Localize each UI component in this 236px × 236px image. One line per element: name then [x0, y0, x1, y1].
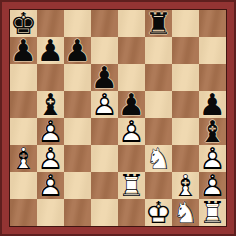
- square-e3[interactable]: [118, 145, 145, 172]
- square-h7[interactable]: [199, 37, 226, 64]
- piece-white-rook-fill: ♜: [118, 172, 145, 199]
- square-d1[interactable]: [91, 199, 118, 226]
- square-b8[interactable]: [37, 10, 64, 37]
- piece-white-pawn: ♙: [199, 172, 226, 199]
- piece-white-king-fill: ♚: [145, 199, 172, 226]
- square-b1[interactable]: [37, 199, 64, 226]
- square-a8[interactable]: ♚: [10, 10, 37, 37]
- piece-white-bishop-fill: ♝: [10, 145, 37, 172]
- square-h8[interactable]: [199, 10, 226, 37]
- square-e7[interactable]: [118, 37, 145, 64]
- piece-white-knight-fill: ♞: [172, 199, 199, 226]
- square-a5[interactable]: [10, 91, 37, 118]
- piece-black-bishop: ♝: [199, 118, 226, 145]
- square-g5[interactable]: [172, 91, 199, 118]
- piece-black-pawn: ♟: [199, 91, 226, 118]
- piece-black-pawn: ♟: [64, 37, 91, 64]
- piece-white-knight-fill: ♞: [145, 145, 172, 172]
- piece-white-pawn: ♙: [37, 172, 64, 199]
- piece-white-rook-fill: ♜: [199, 199, 226, 226]
- square-c5[interactable]: [64, 91, 91, 118]
- piece-white-pawn-fill: ♟: [199, 172, 226, 199]
- square-f2[interactable]: [145, 172, 172, 199]
- square-c2[interactable]: [64, 172, 91, 199]
- square-d4[interactable]: [91, 118, 118, 145]
- square-c3[interactable]: [64, 145, 91, 172]
- square-d2[interactable]: [91, 172, 118, 199]
- square-f7[interactable]: [145, 37, 172, 64]
- square-b7[interactable]: ♟: [37, 37, 64, 64]
- piece-white-pawn-fill: ♟: [37, 118, 64, 145]
- piece-white-knight: ♘: [172, 199, 199, 226]
- square-b4[interactable]: ♟♙: [37, 118, 64, 145]
- square-b2[interactable]: ♟♙: [37, 172, 64, 199]
- square-c4[interactable]: [64, 118, 91, 145]
- square-f4[interactable]: [145, 118, 172, 145]
- piece-white-rook: ♖: [118, 172, 145, 199]
- chess-diagram-frame: ♚♜♟♟♟♟♝♟♙♟♟♟♙♟♙♝♝♗♟♙♞♘♟♙♟♙♜♖♝♗♟♙♚♔♞♘♜♖: [0, 0, 236, 236]
- square-h2[interactable]: ♟♙: [199, 172, 226, 199]
- piece-black-pawn: ♟: [118, 91, 145, 118]
- square-d7[interactable]: [91, 37, 118, 64]
- piece-black-pawn: ♟: [37, 37, 64, 64]
- piece-white-pawn: ♙: [91, 91, 118, 118]
- square-e4[interactable]: ♟♙: [118, 118, 145, 145]
- square-d3[interactable]: [91, 145, 118, 172]
- square-e5[interactable]: ♟: [118, 91, 145, 118]
- square-e6[interactable]: [118, 64, 145, 91]
- square-b3[interactable]: ♟♙: [37, 145, 64, 172]
- square-g8[interactable]: [172, 10, 199, 37]
- square-g7[interactable]: [172, 37, 199, 64]
- square-f3[interactable]: ♞♘: [145, 145, 172, 172]
- piece-white-knight: ♘: [145, 145, 172, 172]
- square-f5[interactable]: [145, 91, 172, 118]
- piece-white-pawn-fill: ♟: [37, 145, 64, 172]
- piece-black-king: ♚: [10, 10, 37, 37]
- square-c7[interactable]: ♟: [64, 37, 91, 64]
- square-e8[interactable]: [118, 10, 145, 37]
- square-c8[interactable]: [64, 10, 91, 37]
- square-g6[interactable]: [172, 64, 199, 91]
- piece-white-rook: ♖: [199, 199, 226, 226]
- chess-board: ♚♜♟♟♟♟♝♟♙♟♟♟♙♟♙♝♝♗♟♙♞♘♟♙♟♙♜♖♝♗♟♙♚♔♞♘♜♖: [10, 10, 226, 226]
- square-d6[interactable]: ♟: [91, 64, 118, 91]
- piece-white-pawn-fill: ♟: [118, 118, 145, 145]
- square-a2[interactable]: [10, 172, 37, 199]
- square-h6[interactable]: [199, 64, 226, 91]
- square-g4[interactable]: [172, 118, 199, 145]
- piece-white-pawn: ♙: [118, 118, 145, 145]
- piece-black-pawn: ♟: [91, 64, 118, 91]
- square-c1[interactable]: [64, 199, 91, 226]
- square-h3[interactable]: ♟♙: [199, 145, 226, 172]
- square-g1[interactable]: ♞♘: [172, 199, 199, 226]
- square-a3[interactable]: ♝♗: [10, 145, 37, 172]
- square-h4[interactable]: ♝: [199, 118, 226, 145]
- piece-white-pawn: ♙: [37, 118, 64, 145]
- square-h5[interactable]: ♟: [199, 91, 226, 118]
- piece-white-bishop-fill: ♝: [172, 172, 199, 199]
- piece-white-pawn: ♙: [199, 145, 226, 172]
- square-e2[interactable]: ♜♖: [118, 172, 145, 199]
- square-g3[interactable]: [172, 145, 199, 172]
- square-d5[interactable]: ♟♙: [91, 91, 118, 118]
- piece-black-pawn: ♟: [10, 37, 37, 64]
- piece-white-pawn-fill: ♟: [37, 172, 64, 199]
- square-b6[interactable]: [37, 64, 64, 91]
- piece-white-bishop: ♗: [10, 145, 37, 172]
- square-g2[interactable]: ♝♗: [172, 172, 199, 199]
- square-a7[interactable]: ♟: [10, 37, 37, 64]
- square-f1[interactable]: ♚♔: [145, 199, 172, 226]
- piece-white-pawn: ♙: [37, 145, 64, 172]
- square-f6[interactable]: [145, 64, 172, 91]
- square-c6[interactable]: [64, 64, 91, 91]
- piece-black-bishop: ♝: [37, 91, 64, 118]
- square-a4[interactable]: [10, 118, 37, 145]
- piece-white-king: ♔: [145, 199, 172, 226]
- square-h1[interactable]: ♜♖: [199, 199, 226, 226]
- square-d8[interactable]: [91, 10, 118, 37]
- piece-white-bishop: ♗: [172, 172, 199, 199]
- square-a1[interactable]: [10, 199, 37, 226]
- square-f8[interactable]: ♜: [145, 10, 172, 37]
- piece-white-pawn-fill: ♟: [199, 145, 226, 172]
- square-e1[interactable]: [118, 199, 145, 226]
- square-b5[interactable]: ♝: [37, 91, 64, 118]
- piece-black-rook: ♜: [145, 10, 172, 37]
- square-a6[interactable]: [10, 64, 37, 91]
- piece-white-pawn-fill: ♟: [91, 91, 118, 118]
